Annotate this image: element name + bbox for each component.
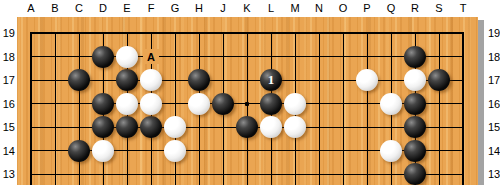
white-stone-G14[interactable] (164, 140, 186, 162)
go-board[interactable]: 1A (17, 17, 478, 185)
coord-col-K: K (243, 3, 250, 14)
coord-row-left-14: 14 (1, 145, 15, 156)
coord-row-left-18: 18 (1, 51, 15, 62)
coord-row-left-16: 16 (1, 98, 15, 109)
coord-col-L: L (268, 3, 274, 14)
coord-row-left-19: 19 (1, 28, 15, 39)
coord-row-right-18: 18 (488, 51, 500, 62)
white-stone-M16[interactable] (284, 93, 306, 115)
grid-vline-B (55, 32, 56, 185)
grid-vline-A (30, 32, 32, 185)
coord-col-A: A (27, 3, 34, 14)
coord-row-right-17: 17 (488, 75, 500, 86)
black-stone-D15[interactable] (92, 116, 114, 138)
black-stone-R14[interactable] (404, 140, 426, 162)
star-point-K16 (245, 102, 249, 106)
white-stone-Q14[interactable] (380, 140, 402, 162)
black-stone-J16[interactable] (212, 93, 234, 115)
coord-row-left-15: 15 (1, 122, 15, 133)
black-stone-K15[interactable] (236, 116, 258, 138)
black-stone-R13[interactable] (404, 163, 426, 185)
black-stone-L17[interactable] (260, 69, 282, 91)
coord-col-D: D (99, 3, 107, 14)
black-stone-R16[interactable] (404, 93, 426, 115)
coord-col-P: P (363, 3, 370, 14)
coord-col-B: B (51, 3, 58, 14)
grid-vline-O (343, 32, 344, 185)
white-stone-R17[interactable] (404, 69, 426, 91)
coord-col-M: M (290, 3, 299, 14)
black-stone-D18[interactable] (92, 46, 114, 68)
grid-vline-C (79, 32, 80, 185)
white-stone-G15[interactable] (164, 116, 186, 138)
coord-row-left-13: 13 (1, 169, 15, 180)
coord-col-S: S (435, 3, 442, 14)
black-stone-E15[interactable] (116, 116, 138, 138)
white-stone-M15[interactable] (284, 116, 306, 138)
coord-row-left-17: 17 (1, 75, 15, 86)
white-stone-E18[interactable] (116, 46, 138, 68)
grid-vline-P (367, 32, 368, 185)
white-stone-F17[interactable] (140, 69, 162, 91)
coord-col-E: E (123, 3, 130, 14)
grid-vline-N (319, 32, 320, 185)
black-stone-C17[interactable] (68, 69, 90, 91)
black-stone-D16[interactable] (92, 93, 114, 115)
grid-hline-17 (30, 80, 464, 81)
black-stone-L16[interactable] (260, 93, 282, 115)
black-stone-E17[interactable] (116, 69, 138, 91)
coord-col-F: F (148, 3, 155, 14)
coord-row-right-16: 16 (488, 98, 500, 109)
coord-row-right-13: 13 (488, 169, 500, 180)
black-stone-H17[interactable] (188, 69, 210, 91)
grid-hline-13 (30, 174, 464, 175)
black-stone-F15[interactable] (140, 116, 162, 138)
point-label-F18: A (143, 49, 159, 64)
white-stone-L15[interactable] (260, 116, 282, 138)
black-stone-C14[interactable] (68, 140, 90, 162)
coord-col-C: C (75, 3, 83, 14)
go-board-diagram: 1A ABCDEFGHJKLMNOPQRST191918181717161615… (0, 0, 500, 185)
coord-col-O: O (339, 3, 348, 14)
coord-col-T: T (460, 3, 467, 14)
coord-col-N: N (315, 3, 323, 14)
grid-vline-T (462, 32, 464, 185)
coord-col-G: G (171, 3, 180, 14)
coord-col-J: J (220, 3, 226, 14)
coord-row-right-14: 14 (488, 145, 500, 156)
white-stone-Q16[interactable] (380, 93, 402, 115)
coord-row-right-19: 19 (488, 28, 500, 39)
grid-hline-19 (30, 32, 464, 34)
black-stone-S17[interactable] (428, 69, 450, 91)
white-stone-D14[interactable] (92, 140, 114, 162)
black-stone-R18[interactable] (404, 46, 426, 68)
grid-vline-K (247, 32, 248, 185)
white-stone-H16[interactable] (188, 93, 210, 115)
black-stone-R15[interactable] (404, 116, 426, 138)
grid-vline-G (175, 32, 176, 185)
white-stone-P17[interactable] (356, 69, 378, 91)
coord-col-R: R (411, 3, 419, 14)
coord-row-right-15: 15 (488, 122, 500, 133)
coord-col-Q: Q (387, 3, 396, 14)
coord-col-H: H (195, 3, 203, 14)
grid-vline-S (439, 32, 440, 185)
white-stone-F16[interactable] (140, 93, 162, 115)
board-drop-shadow (478, 20, 484, 185)
white-stone-E16[interactable] (116, 93, 138, 115)
